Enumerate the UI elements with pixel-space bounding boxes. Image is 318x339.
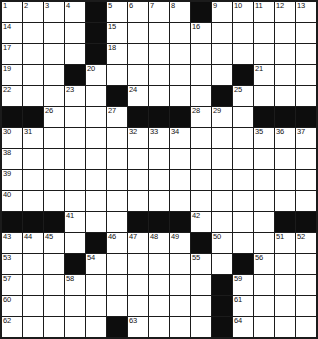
clue-number: 17 (3, 44, 11, 52)
clue-number: 37 (297, 128, 305, 136)
grid-cell-r0c2[interactable]: 3 (44, 2, 64, 22)
clue-number: 39 (3, 170, 11, 178)
grid-cell-r3c14[interactable] (296, 65, 316, 85)
grid-cell-r15c4[interactable] (86, 317, 106, 337)
black-square (275, 107, 295, 127)
grid-cell-r5c4[interactable] (86, 107, 106, 127)
grid-cell-r10c11[interactable] (233, 212, 253, 232)
clue-number: 60 (3, 296, 11, 304)
grid-cell-r12c10[interactable] (212, 254, 232, 274)
grid-cell-r6c4[interactable] (86, 128, 106, 148)
grid-cell-r10c4[interactable] (86, 212, 106, 232)
clue-number: 11 (255, 2, 262, 10)
grid-cell-r5c5[interactable]: 27 (107, 107, 127, 127)
grid-cell-r8c11[interactable] (233, 170, 253, 190)
grid-cell-r11c14[interactable]: 52 (296, 233, 316, 253)
grid-cell-r14c12[interactable] (254, 296, 274, 316)
grid-cell-r2c14[interactable] (296, 44, 316, 64)
grid-cell-r0c12[interactable]: 11 (254, 2, 274, 22)
black-square (233, 65, 253, 85)
clue-number: 46 (108, 233, 116, 241)
grid-cell-r0c3[interactable]: 4 (65, 2, 85, 22)
grid-cell-r6c9[interactable] (191, 128, 211, 148)
grid-cell-r9c6[interactable] (128, 191, 148, 211)
grid-cell-r15c12[interactable] (254, 317, 274, 337)
black-square (65, 254, 85, 274)
grid-cell-r8c0[interactable]: 39 (2, 170, 22, 190)
grid-cell-r14c3[interactable] (65, 296, 85, 316)
grid-cell-r13c11[interactable]: 59 (233, 275, 253, 295)
grid-cell-r14c13[interactable] (275, 296, 295, 316)
grid-cell-r3c6[interactable] (128, 65, 148, 85)
grid-cell-r0c10[interactable]: 9 (212, 2, 232, 22)
grid-cell-r9c13[interactable] (275, 191, 295, 211)
clue-number: 13 (297, 2, 305, 10)
grid-cell-r12c5[interactable] (107, 254, 127, 274)
grid-cell-r10c10[interactable] (212, 212, 232, 232)
grid-cell-r1c12[interactable] (254, 23, 274, 43)
grid-cell-r14c0[interactable]: 60 (2, 296, 22, 316)
grid-cell-r9c4[interactable] (86, 191, 106, 211)
grid-cell-r12c2[interactable] (44, 254, 64, 274)
clue-number: 26 (45, 107, 53, 115)
clue-number: 5 (108, 2, 112, 10)
grid-cell-r2c2[interactable] (44, 44, 64, 64)
grid-cell-r6c7[interactable]: 33 (149, 128, 169, 148)
grid-cell-r4c3[interactable]: 23 (65, 86, 85, 106)
grid-cell-r3c12[interactable]: 21 (254, 65, 274, 85)
grid-cell-r11c6[interactable]: 47 (128, 233, 148, 253)
clue-number: 10 (234, 2, 242, 10)
clue-number: 24 (129, 86, 137, 94)
grid-cell-r2c9[interactable] (191, 44, 211, 64)
grid-cell-r6c14[interactable]: 37 (296, 128, 316, 148)
grid-cell-r14c5[interactable] (107, 296, 127, 316)
grid-cell-r15c3[interactable] (65, 317, 85, 337)
grid-cell-r9c12[interactable] (254, 191, 274, 211)
clue-number: 7 (150, 2, 154, 10)
grid-cell-r3c2[interactable] (44, 65, 64, 85)
grid-cell-r1c8[interactable] (170, 23, 190, 43)
black-square (107, 86, 127, 106)
grid-cell-r7c7[interactable] (149, 149, 169, 169)
grid-cell-r11c12[interactable] (254, 233, 274, 253)
clue-number: 63 (129, 317, 137, 325)
grid-cell-r3c10[interactable] (212, 65, 232, 85)
black-square (86, 44, 106, 64)
clue-number: 18 (108, 44, 116, 52)
grid-cell-r1c1[interactable] (23, 23, 43, 43)
grid-cell-r4c8[interactable] (170, 86, 190, 106)
grid-cell-r7c12[interactable] (254, 149, 274, 169)
grid-cell-r6c5[interactable] (107, 128, 127, 148)
black-square (23, 107, 43, 127)
clue-number: 14 (3, 23, 11, 31)
black-square (296, 107, 316, 127)
grid-cell-r13c8[interactable] (170, 275, 190, 295)
grid-cell-r2c7[interactable] (149, 44, 169, 64)
clue-number: 42 (192, 212, 200, 220)
grid-cell-r2c3[interactable] (65, 44, 85, 64)
grid-cell-r1c11[interactable] (233, 23, 253, 43)
grid-cell-r4c13[interactable] (275, 86, 295, 106)
grid-cell-r4c0[interactable]: 22 (2, 86, 22, 106)
grid-cell-r2c0[interactable]: 17 (2, 44, 22, 64)
grid-cell-r15c9[interactable] (191, 317, 211, 337)
grid-cell-r13c6[interactable] (128, 275, 148, 295)
clue-number: 9 (213, 2, 217, 10)
grid-cell-r13c12[interactable] (254, 275, 274, 295)
grid-cell-r6c6[interactable]: 32 (128, 128, 148, 148)
clue-number: 34 (171, 128, 179, 136)
black-square (128, 107, 148, 127)
grid-cell-r1c10[interactable] (212, 23, 232, 43)
grid-cell-r13c13[interactable] (275, 275, 295, 295)
black-square (275, 212, 295, 232)
clue-number: 53 (3, 254, 11, 262)
clue-number: 48 (150, 233, 158, 241)
grid-cell-r8c8[interactable] (170, 170, 190, 190)
clue-number: 16 (192, 23, 200, 31)
grid-cell-r1c13[interactable] (275, 23, 295, 43)
clue-number: 44 (24, 233, 32, 241)
grid-cell-r13c9[interactable] (191, 275, 211, 295)
clue-number: 15 (108, 23, 116, 31)
clue-number: 31 (24, 128, 32, 136)
grid-cell-r0c1[interactable]: 2 (23, 2, 43, 22)
grid-cell-r5c3[interactable] (65, 107, 85, 127)
grid-cell-r8c1[interactable] (23, 170, 43, 190)
black-square (65, 65, 85, 85)
grid-cell-r12c1[interactable] (23, 254, 43, 274)
grid-cell-r15c14[interactable] (296, 317, 316, 337)
grid-cell-r6c0[interactable]: 30 (2, 128, 22, 148)
grid-cell-r6c3[interactable] (65, 128, 85, 148)
grid-cell-r4c12[interactable] (254, 86, 274, 106)
grid-cell-r1c2[interactable] (44, 23, 64, 43)
clue-number: 12 (276, 2, 284, 10)
grid-cell-r4c6[interactable]: 24 (128, 86, 148, 106)
black-square (170, 212, 190, 232)
clue-number: 33 (150, 128, 158, 136)
grid-cell-r9c9[interactable] (191, 191, 211, 211)
clue-number: 32 (129, 128, 137, 136)
grid-cell-r6c11[interactable] (233, 128, 253, 148)
black-square (149, 107, 169, 127)
grid-cell-r7c2[interactable] (44, 149, 64, 169)
clue-number: 23 (66, 86, 74, 94)
grid-cell-r9c8[interactable] (170, 191, 190, 211)
grid-cell-r3c0[interactable]: 19 (2, 65, 22, 85)
grid-cell-r15c7[interactable] (149, 317, 169, 337)
grid-cell-r0c11[interactable]: 10 (233, 2, 253, 22)
grid-cell-r6c10[interactable] (212, 128, 232, 148)
grid-cell-r13c5[interactable] (107, 275, 127, 295)
grid-cell-r2c5[interactable]: 18 (107, 44, 127, 64)
grid-cell-r9c14[interactable] (296, 191, 316, 211)
grid-cell-r11c13[interactable]: 51 (275, 233, 295, 253)
grid-cell-r14c4[interactable] (86, 296, 106, 316)
grid-cell-r1c7[interactable] (149, 23, 169, 43)
grid-cell-r2c8[interactable] (170, 44, 190, 64)
grid-cell-r6c8[interactable]: 34 (170, 128, 190, 148)
grid-cell-r7c14[interactable] (296, 149, 316, 169)
grid-cell-r8c2[interactable] (44, 170, 64, 190)
grid-cell-r9c11[interactable] (233, 191, 253, 211)
grid-cell-r13c2[interactable] (44, 275, 64, 295)
grid-cell-r4c2[interactable] (44, 86, 64, 106)
grid-cell-r8c14[interactable] (296, 170, 316, 190)
grid-cell-r9c3[interactable] (65, 191, 85, 211)
grid-cell-r3c1[interactable] (23, 65, 43, 85)
clue-number: 27 (108, 107, 116, 115)
grid-cell-r0c14[interactable]: 13 (296, 2, 316, 22)
clue-number: 29 (213, 107, 221, 115)
clue-number: 21 (255, 65, 263, 73)
grid-cell-r1c9[interactable]: 16 (191, 23, 211, 43)
grid-cell-r3c7[interactable] (149, 65, 169, 85)
crossword-puzzle: 1234567891011121314151617181920212223242… (0, 0, 318, 339)
clue-number: 8 (171, 2, 175, 10)
grid-cell-r9c7[interactable] (149, 191, 169, 211)
grid-cell-r7c8[interactable] (170, 149, 190, 169)
grid-cell-r5c10[interactable]: 29 (212, 107, 232, 127)
grid-cell-r3c9[interactable] (191, 65, 211, 85)
grid-cell-r2c6[interactable] (128, 44, 148, 64)
grid-cell-r15c11[interactable]: 64 (233, 317, 253, 337)
grid-cell-r13c14[interactable] (296, 275, 316, 295)
black-square (170, 107, 190, 127)
grid-cell-r0c0[interactable]: 1 (2, 2, 22, 22)
grid-cell-r8c6[interactable] (128, 170, 148, 190)
clue-number: 49 (171, 233, 179, 241)
clue-number: 22 (3, 86, 11, 94)
grid-cell-r12c12[interactable]: 56 (254, 254, 274, 274)
grid-cell-r8c12[interactable] (254, 170, 274, 190)
grid-cell-r7c10[interactable] (212, 149, 232, 169)
clue-number: 38 (3, 149, 11, 157)
grid-cell-r11c2[interactable]: 45 (44, 233, 64, 253)
clue-number: 62 (3, 317, 11, 325)
grid-cell-r10c3[interactable]: 41 (65, 212, 85, 232)
grid-cell-r11c8[interactable]: 49 (170, 233, 190, 253)
grid-cell-r14c1[interactable] (23, 296, 43, 316)
clue-number: 52 (297, 233, 305, 241)
clue-number: 30 (3, 128, 11, 136)
grid-cell-r1c6[interactable] (128, 23, 148, 43)
grid-cell-r2c1[interactable] (23, 44, 43, 64)
black-square (233, 254, 253, 274)
grid-cell-r4c4[interactable] (86, 86, 106, 106)
clue-number: 47 (129, 233, 137, 241)
clue-number: 3 (45, 2, 49, 10)
black-square (86, 2, 106, 22)
black-square (212, 86, 232, 106)
grid-cell-r5c2[interactable]: 26 (44, 107, 64, 127)
grid-cell-r0c13[interactable]: 12 (275, 2, 295, 22)
grid-cell-r1c3[interactable] (65, 23, 85, 43)
grid-cell-r14c2[interactable] (44, 296, 64, 316)
grid-cell-r8c13[interactable] (275, 170, 295, 190)
grid-cell-r0c8[interactable]: 8 (170, 2, 190, 22)
grid-cell-r0c5[interactable]: 5 (107, 2, 127, 22)
grid-cell-r2c12[interactable] (254, 44, 274, 64)
black-square (212, 317, 232, 337)
clue-number: 25 (234, 86, 242, 94)
grid-cell-r13c7[interactable] (149, 275, 169, 295)
grid-cell-r13c1[interactable] (23, 275, 43, 295)
grid-cell-r11c5[interactable]: 46 (107, 233, 127, 253)
black-square (254, 107, 274, 127)
grid-cell-r1c0[interactable]: 14 (2, 23, 22, 43)
grid-cell-r13c0[interactable]: 57 (2, 275, 22, 295)
black-square (86, 233, 106, 253)
grid-cell-r10c12[interactable] (254, 212, 274, 232)
grid-cell-r7c1[interactable] (23, 149, 43, 169)
grid-cell-r8c10[interactable] (212, 170, 232, 190)
grid-cell-r7c9[interactable] (191, 149, 211, 169)
clue-number: 40 (3, 191, 11, 199)
clue-number: 6 (129, 2, 133, 10)
grid-cell-r12c8[interactable] (170, 254, 190, 274)
grid-cell-r13c3[interactable]: 58 (65, 275, 85, 295)
grid-cell-r15c6[interactable]: 63 (128, 317, 148, 337)
grid-cell-r4c7[interactable] (149, 86, 169, 106)
clue-number: 51 (276, 233, 284, 241)
grid-cell-r10c9[interactable]: 42 (191, 212, 211, 232)
grid-cell-r11c1[interactable]: 44 (23, 233, 43, 253)
clue-number: 45 (45, 233, 53, 241)
clue-number: 43 (3, 233, 11, 241)
grid-cell-r9c10[interactable] (212, 191, 232, 211)
grid-cell-r11c10[interactable]: 50 (212, 233, 232, 253)
grid-cell-r1c5[interactable]: 15 (107, 23, 127, 43)
grid-cell-r7c0[interactable]: 38 (2, 149, 22, 169)
grid-cell-r8c7[interactable] (149, 170, 169, 190)
grid-cell-r0c7[interactable]: 7 (149, 2, 169, 22)
grid-cell-r13c4[interactable] (86, 275, 106, 295)
black-square (149, 212, 169, 232)
clue-number: 64 (234, 317, 242, 325)
black-square (128, 212, 148, 232)
grid-cell-r12c13[interactable] (275, 254, 295, 274)
grid-cell-r4c1[interactable] (23, 86, 43, 106)
grid-cell-r11c0[interactable]: 43 (2, 233, 22, 253)
grid-cell-r9c2[interactable] (44, 191, 64, 211)
grid-cell-r15c1[interactable] (23, 317, 43, 337)
black-square (86, 23, 106, 43)
grid-cell-r8c4[interactable] (86, 170, 106, 190)
grid-cell-r5c9[interactable]: 28 (191, 107, 211, 127)
black-square (2, 107, 22, 127)
grid-cell-r15c0[interactable]: 62 (2, 317, 22, 337)
clue-number: 61 (234, 296, 242, 304)
grid-cell-r12c6[interactable] (128, 254, 148, 274)
grid-cell-r7c13[interactable] (275, 149, 295, 169)
grid-cell-r8c3[interactable] (65, 170, 85, 190)
grid-cell-r5c11[interactable] (233, 107, 253, 127)
clue-number: 36 (276, 128, 284, 136)
clue-number: 4 (66, 2, 70, 10)
black-square (23, 212, 43, 232)
clue-number: 50 (213, 233, 221, 241)
grid-cell-r9c0[interactable]: 40 (2, 191, 22, 211)
clue-number: 20 (87, 65, 95, 73)
grid-cell-r12c4[interactable]: 54 (86, 254, 106, 274)
grid-cell-r14c6[interactable] (128, 296, 148, 316)
grid-cell-r11c11[interactable] (233, 233, 253, 253)
grid-cell-r2c10[interactable] (212, 44, 232, 64)
grid-cell-r4c11[interactable]: 25 (233, 86, 253, 106)
clue-number: 55 (192, 254, 200, 262)
grid-cell-r14c9[interactable] (191, 296, 211, 316)
grid-cell-r3c5[interactable] (107, 65, 127, 85)
grid-cell-r1c14[interactable] (296, 23, 316, 43)
clue-number: 1 (3, 2, 7, 10)
grid-cell-r4c14[interactable] (296, 86, 316, 106)
grid-cell-r6c12[interactable]: 35 (254, 128, 274, 148)
black-square (212, 296, 232, 316)
grid-cell-r7c4[interactable] (86, 149, 106, 169)
clue-number: 28 (192, 107, 200, 115)
grid-cell-r14c14[interactable] (296, 296, 316, 316)
grid-cell-r3c4[interactable]: 20 (86, 65, 106, 85)
grid-cell-r14c8[interactable] (170, 296, 190, 316)
grid-cell-r3c13[interactable] (275, 65, 295, 85)
grid-cell-r11c7[interactable]: 48 (149, 233, 169, 253)
clue-number: 54 (87, 254, 95, 262)
clue-number: 19 (3, 65, 11, 73)
clue-number: 59 (234, 275, 242, 283)
grid-cell-r14c7[interactable] (149, 296, 169, 316)
black-square (44, 212, 64, 232)
grid-cell-r11c3[interactable] (65, 233, 85, 253)
grid-cell-r3c8[interactable] (170, 65, 190, 85)
grid-cell-r6c13[interactable]: 36 (275, 128, 295, 148)
clue-number: 35 (255, 128, 263, 136)
black-square (191, 233, 211, 253)
black-square (2, 212, 22, 232)
grid-cell-r9c1[interactable] (23, 191, 43, 211)
grid-cell-r7c11[interactable] (233, 149, 253, 169)
grid-cell-r12c0[interactable]: 53 (2, 254, 22, 274)
clue-number: 57 (3, 275, 11, 283)
grid-cell-r8c5[interactable] (107, 170, 127, 190)
grid-cell-r10c5[interactable] (107, 212, 127, 232)
grid-cell-r6c1[interactable]: 31 (23, 128, 43, 148)
black-square (191, 2, 211, 22)
grid-cell-r15c8[interactable] (170, 317, 190, 337)
grid-cell-r12c9[interactable]: 55 (191, 254, 211, 274)
clue-number: 56 (255, 254, 263, 262)
grid-cell-r0c6[interactable]: 6 (128, 2, 148, 22)
grid-cell-r12c14[interactable] (296, 254, 316, 274)
grid-cell-r15c13[interactable] (275, 317, 295, 337)
grid-cell-r14c11[interactable]: 61 (233, 296, 253, 316)
grid-cell-r2c13[interactable] (275, 44, 295, 64)
grid-cell-r7c5[interactable] (107, 149, 127, 169)
clue-number: 2 (24, 2, 28, 10)
grid-cell-r2c11[interactable] (233, 44, 253, 64)
grid-cell-r6c2[interactable] (44, 128, 64, 148)
grid-cell-r8c9[interactable] (191, 170, 211, 190)
grid-cell-r7c3[interactable] (65, 149, 85, 169)
grid-cell-r12c7[interactable] (149, 254, 169, 274)
grid-cell-r7c6[interactable] (128, 149, 148, 169)
grid-cell-r9c5[interactable] (107, 191, 127, 211)
grid-cell-r4c9[interactable] (191, 86, 211, 106)
grid-cell-r15c2[interactable] (44, 317, 64, 337)
